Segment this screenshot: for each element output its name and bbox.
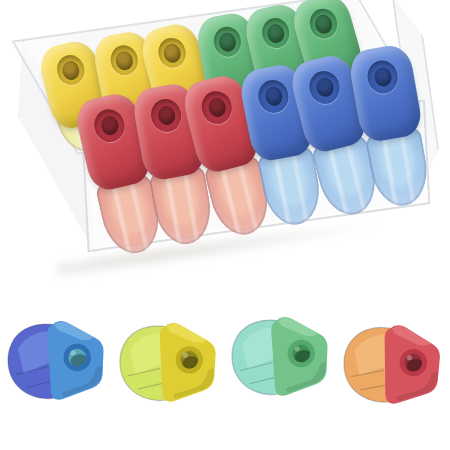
loose-sharpener-red xyxy=(339,315,447,413)
pencil-hole-inner xyxy=(312,12,334,35)
pencil-hole xyxy=(53,52,86,88)
pencil-hole xyxy=(108,43,140,78)
sharpener-graphic xyxy=(2,310,111,410)
pencil-hole-inner xyxy=(114,49,134,71)
loose-sharpeners-row xyxy=(4,300,446,410)
pencil-hole-inner xyxy=(373,66,393,88)
pencil-hole-inner xyxy=(263,85,283,107)
pencil-hole-inner xyxy=(206,96,227,119)
pencil-hole-inner xyxy=(60,59,81,82)
pencil-hole-inner xyxy=(156,105,176,127)
pencil-hole xyxy=(306,6,340,42)
pencil-hole-inner xyxy=(265,22,286,44)
pencil-hole xyxy=(155,35,189,71)
pencil-hole-inner xyxy=(217,31,237,53)
product-photo xyxy=(0,0,450,450)
sharpener-graphic xyxy=(226,306,335,406)
pencil-hole-inner xyxy=(314,76,335,99)
pencil-hole xyxy=(211,25,243,59)
loose-sharpener-yellow xyxy=(115,313,223,411)
pencil-hole xyxy=(306,68,343,107)
loose-sharpener-blue xyxy=(2,310,111,410)
pencil-hole-inner xyxy=(161,42,182,65)
loose-sharpener-green xyxy=(226,306,335,406)
pencil-hole-inner xyxy=(99,114,120,136)
sharpener-graphic xyxy=(339,315,447,413)
pencil-hole xyxy=(365,58,400,96)
pencil-hole xyxy=(256,77,292,115)
pencil-hole xyxy=(91,106,128,145)
pencil-hole xyxy=(259,16,292,51)
sharpener-graphic xyxy=(115,313,223,411)
pencil-hole xyxy=(149,97,184,135)
pencil-hole xyxy=(198,88,235,127)
